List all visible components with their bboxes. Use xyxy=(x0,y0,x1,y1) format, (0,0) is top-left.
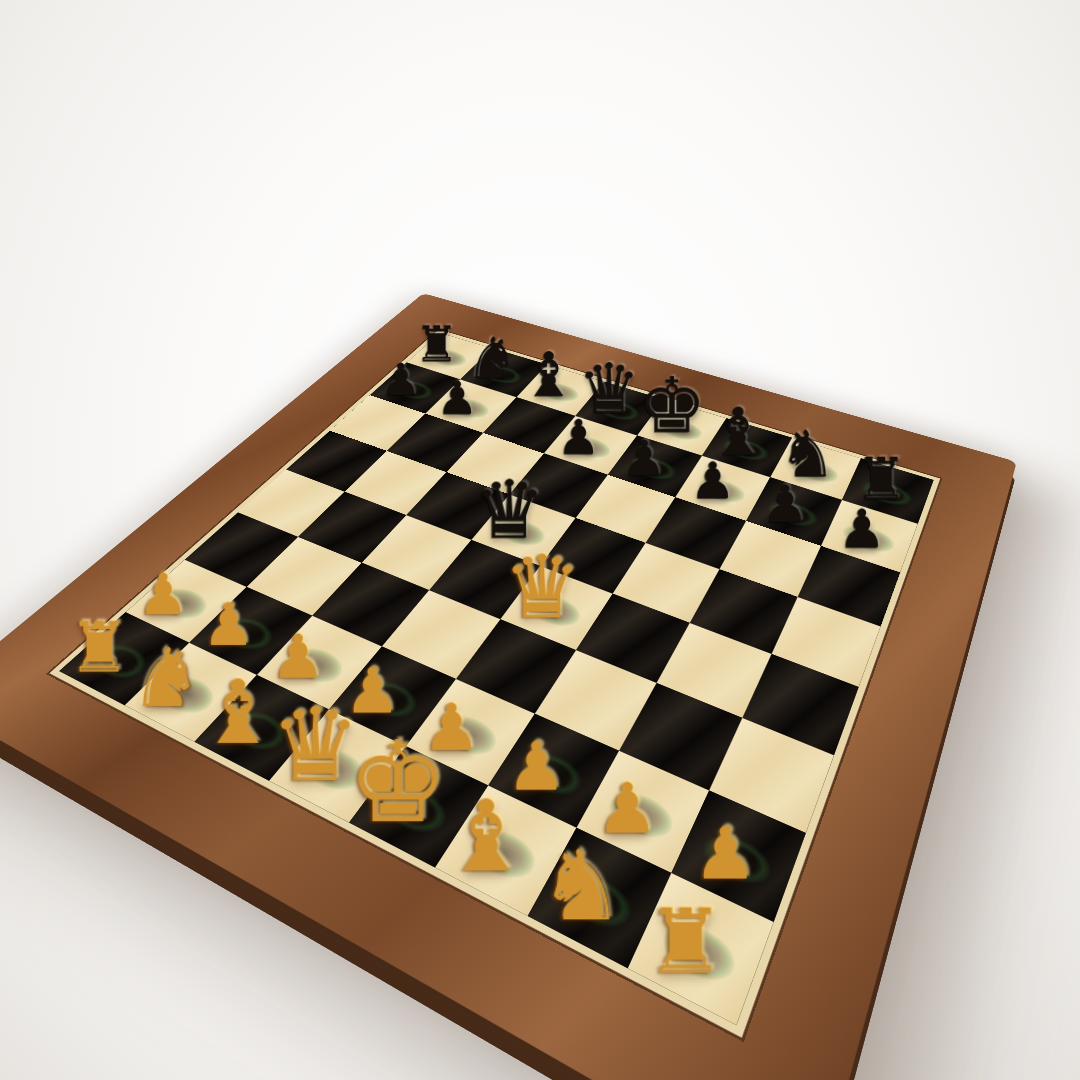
piece-black-pawn-h7[interactable]: ♟ xyxy=(793,504,931,555)
photo-scene: ♜♞♝♛♚♝♞♜♟♟♟♟♟♟♟♛♛♟♟♟♟♟♟♟♟♜♞♝♛♚♝♞♜ xyxy=(0,0,1080,1080)
piece-black-pawn-b7[interactable]: ♟ xyxy=(398,376,516,419)
square-h7[interactable]: ♟ xyxy=(821,500,918,572)
board-grid: ♜♞♝♛♚♝♞♜♟♟♟♟♟♟♟♛♛♟♟♟♟♟♟♟♟♜♞♝♛♚♝♞♜ xyxy=(59,333,933,1025)
piece-white-rook-h1[interactable]: ♜ xyxy=(585,901,787,986)
chessboard-frame: ♜♞♝♛♚♝♞♜♟♟♟♟♟♟♟♛♛♟♟♟♟♟♟♟♟♜♞♝♛♚♝♞♜ xyxy=(0,293,1017,1080)
piece-white-queen-e4[interactable]: ♛ xyxy=(467,546,616,629)
